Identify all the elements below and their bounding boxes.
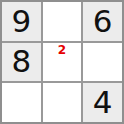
cell-r1c1[interactable]: 9 (2, 2, 41, 41)
cell-digit: 8 (11, 46, 31, 77)
cell-digit: 4 (93, 87, 113, 118)
cell-r2c2[interactable]: 2 (43, 43, 82, 82)
cell-r3c2[interactable] (43, 83, 82, 122)
cell-r1c2[interactable] (43, 2, 82, 41)
cell-digit: 6 (93, 6, 113, 37)
cell-r3c3[interactable]: 4 (83, 83, 122, 122)
candidate-mark-2: 2 (58, 44, 66, 56)
cell-r1c3[interactable]: 6 (83, 2, 122, 41)
cell-digit: 9 (11, 6, 31, 37)
sudoku-board: 9 6 8 2 4 (0, 0, 124, 124)
cell-r2c3[interactable] (83, 43, 122, 82)
cell-r3c1[interactable] (2, 83, 41, 122)
cell-r2c1[interactable]: 8 (2, 43, 41, 82)
